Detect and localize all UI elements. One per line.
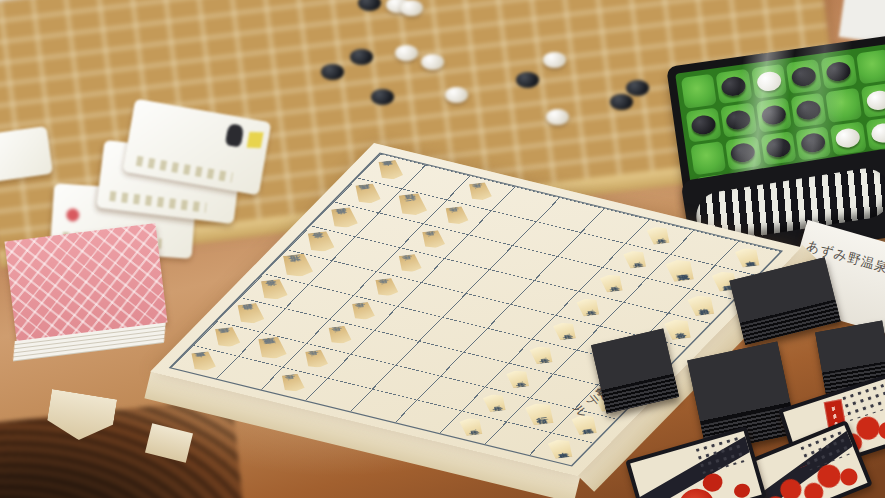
- shogi-piece-kanji: 歩兵: [490, 402, 500, 403]
- shogi-piece-kanji: 歩兵: [514, 378, 524, 379]
- shogi-piece-kanji: 歩兵: [560, 330, 570, 331]
- card-deck-pink-back[interactable]: [4, 223, 167, 341]
- shogi-piece-kanji: 金将: [268, 289, 279, 290]
- shogi-piece-kanji: 歩兵: [452, 215, 462, 216]
- shogi-piece-p-gote[interactable]: 歩兵: [347, 301, 380, 321]
- shogi-piece-kanji: 歩兵: [335, 335, 345, 336]
- dot-pattern: [696, 436, 749, 474]
- shogi-piece-kanji: 歩兵: [428, 239, 438, 240]
- shogi-piece-n-gote[interactable]: 桂馬: [208, 326, 244, 348]
- shogi-piece-kanji: 金将: [315, 241, 326, 242]
- othello-cell: [716, 69, 752, 104]
- shogi-piece-s-gote[interactable]: 銀将: [231, 302, 269, 325]
- shogi-piece-kanji: 歩兵: [358, 311, 368, 312]
- shogi-piece-r-sente[interactable]: 飛車: [660, 258, 701, 283]
- shogi-piece-kanji: 歩兵: [631, 259, 641, 260]
- shogi-piece-kanji: 香車: [198, 361, 209, 362]
- othello-cell: [751, 64, 787, 99]
- shogi-piece-kanji: 歩兵: [654, 235, 664, 236]
- shogi-piece-p-sente[interactable]: 歩兵: [572, 297, 605, 317]
- othello-cell: [686, 107, 722, 142]
- shogi-piece-kanji: 歩兵: [607, 283, 617, 284]
- othello-disc-black[interactable]: [725, 109, 751, 131]
- shogi-piece-p-gote[interactable]: 歩兵: [464, 182, 497, 202]
- shogi-piece-p-sente[interactable]: 歩兵: [619, 249, 652, 269]
- othello-cell: [760, 131, 796, 166]
- othello-cell: [856, 49, 885, 84]
- shogi-piece-l-gote[interactable]: 香車: [373, 159, 408, 181]
- shogi-piece-s-sente[interactable]: 銀将: [682, 293, 720, 316]
- shogi-piece-k-gote[interactable]: 玉将: [275, 252, 318, 278]
- shogi-piece-kanji: 歩兵: [288, 382, 298, 383]
- shogi-piece-p-sente[interactable]: 歩兵: [455, 417, 488, 437]
- shogi-piece-l-sente[interactable]: 香車: [543, 438, 578, 460]
- shogi-piece-kanji: 歩兵: [405, 263, 415, 264]
- shogi-piece-g-gote[interactable]: 金将: [301, 230, 339, 253]
- othello-disc-black[interactable]: [765, 137, 791, 159]
- othello-disc-black[interactable]: [800, 132, 826, 154]
- shogi-piece-g-gote[interactable]: 金将: [254, 278, 292, 301]
- shogi-piece-kanji: 歩兵: [311, 358, 321, 359]
- shogi-piece-b-gote[interactable]: 角行: [391, 192, 432, 217]
- shogi-piece-kanji: 玉将: [291, 265, 303, 266]
- shogi-piece-kanji: 歩兵: [475, 191, 485, 192]
- shogi-piece-p-sente[interactable]: 歩兵: [525, 345, 558, 365]
- shogi-piece-kanji: 歩兵: [584, 306, 594, 307]
- shogi-piece-kanji: 桂馬: [221, 337, 232, 338]
- shogi-piece-p-gote[interactable]: 歩兵: [323, 325, 356, 345]
- shogi-piece-p-gote[interactable]: 歩兵: [393, 253, 426, 273]
- shogi-piece-kanji: 角行: [534, 413, 545, 414]
- card-art: [109, 191, 206, 213]
- shogi-piece-kanji: 飛車: [674, 269, 685, 270]
- othello-cell: [721, 102, 757, 137]
- othello-cell: [830, 121, 866, 156]
- othello-cell: [865, 116, 885, 151]
- othello-disc-white[interactable]: [870, 122, 885, 144]
- shogi-piece-l-sente[interactable]: 香車: [731, 246, 766, 268]
- shogi-piece-kanji: 香車: [743, 257, 754, 258]
- othello-cell: [725, 136, 761, 171]
- othello-disc-black[interactable]: [730, 142, 756, 164]
- shogi-piece-p-sente[interactable]: 歩兵: [549, 321, 582, 341]
- shogi-piece-kanji: 歩兵: [537, 354, 547, 355]
- othello-cell: [825, 87, 861, 122]
- othello-disc-black[interactable]: [791, 65, 817, 87]
- othello-cell: [790, 92, 826, 127]
- shogi-piece-kanji: 香車: [556, 448, 567, 449]
- shogi-piece-kanji: 桂馬: [362, 193, 373, 194]
- shogi-piece-r-gote[interactable]: 飛車: [251, 336, 292, 361]
- othello-cell: [860, 83, 885, 118]
- othello-disc-black[interactable]: [690, 114, 716, 136]
- othello-cell: [821, 54, 857, 89]
- shogi-piece-l-gote[interactable]: 香車: [186, 350, 221, 372]
- othello-disc-black[interactable]: [795, 99, 821, 121]
- shogi-piece-kanji: 銀将: [696, 304, 707, 305]
- joker-yellow-mark: [247, 132, 264, 148]
- shogi-piece-p-gote[interactable]: 歩兵: [276, 373, 309, 393]
- shogi-piece-kanji: 歩兵: [467, 426, 477, 427]
- shogi-piece-kanji: 飛車: [266, 347, 277, 348]
- othello-cell: [681, 74, 717, 109]
- shogi-piece-kanji: 桂馬: [579, 424, 590, 425]
- shogi-piece-kanji: 銀将: [338, 217, 349, 218]
- shogi-piece-p-sente[interactable]: 歩兵: [642, 225, 675, 245]
- shogi-piece-kanji: 香車: [385, 169, 396, 170]
- othello-disc-black[interactable]: [721, 75, 747, 97]
- othello-disc-white[interactable]: [756, 70, 782, 92]
- shogi-piece-p-gote[interactable]: 歩兵: [440, 206, 473, 226]
- othello-cell: [795, 126, 831, 161]
- othello-disc-black[interactable]: [760, 104, 786, 126]
- othello-disc-white[interactable]: [835, 127, 861, 149]
- othello-disc-white[interactable]: [865, 89, 885, 111]
- game-room-table: { "game": "shogi", "position": "lnsgkgsn…: [0, 0, 885, 498]
- shogi-piece-p-sente[interactable]: 歩兵: [502, 369, 535, 389]
- shogi-piece-p-sente[interactable]: 歩兵: [596, 273, 629, 293]
- othello-cell: [786, 59, 822, 94]
- shogi-piece-p-gote[interactable]: 歩兵: [300, 349, 333, 369]
- othello-disc-black[interactable]: [826, 60, 852, 82]
- shogi-piece-kanji: 歩兵: [381, 287, 391, 288]
- red-pip: [66, 208, 80, 222]
- shogi-piece-kanji: 銀将: [245, 313, 256, 314]
- shogi-piece-n-gote[interactable]: 桂馬: [349, 183, 385, 205]
- joker-figure: [225, 123, 245, 147]
- shogi-piece-s-gote[interactable]: 銀将: [324, 206, 362, 229]
- shogi-piece-p-sente[interactable]: 歩兵: [479, 393, 512, 413]
- shogi-piece-p-gote[interactable]: 歩兵: [370, 277, 403, 297]
- shogi-piece-kanji: 角行: [406, 204, 417, 205]
- playing-card-partial[interactable]: [0, 126, 53, 182]
- shogi-piece-b-sente[interactable]: 角行: [519, 401, 560, 426]
- shogi-piece-kanji: 金将: [673, 328, 684, 329]
- othello-cell: [690, 141, 726, 176]
- shogi-piece-p-gote[interactable]: 歩兵: [417, 229, 450, 249]
- othello-cell: [755, 97, 791, 132]
